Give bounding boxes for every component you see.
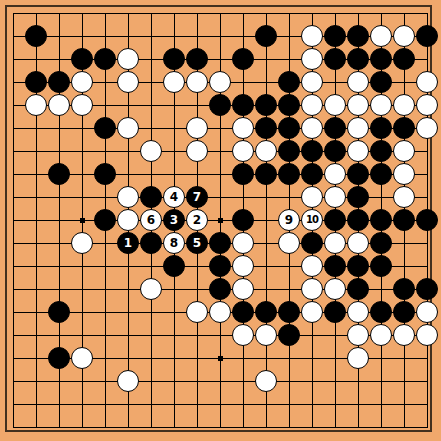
stone-black[interactable] [347,255,369,277]
star-point [80,218,85,223]
stone-black[interactable] [301,163,323,185]
stone-black[interactable] [94,209,116,231]
stone-white[interactable] [301,278,323,300]
stone-black[interactable] [324,117,346,139]
stone-white-move-10[interactable]: 10 [301,209,323,231]
stone-black[interactable] [370,117,392,139]
stone-black[interactable] [255,301,277,323]
stone-white[interactable] [255,140,277,162]
stone-black[interactable] [416,25,438,47]
move-number-label: 6 [147,214,155,226]
stone-white[interactable] [186,301,208,323]
stone-white[interactable] [324,94,346,116]
move-number-label: 10 [306,215,318,225]
stone-white[interactable] [209,71,231,93]
stone-black[interactable] [255,163,277,185]
stone-white[interactable] [324,163,346,185]
stone-white[interactable] [301,71,323,93]
move-number-label: 8 [170,237,178,249]
star-point [218,218,223,223]
stone-black[interactable] [416,278,438,300]
stone-black-move-3[interactable]: 3 [163,209,185,231]
stone-white[interactable] [232,255,254,277]
stone-black[interactable] [324,255,346,277]
stone-white[interactable] [393,163,415,185]
stone-black[interactable] [301,232,323,254]
grid-line-vertical [266,13,267,428]
stone-black-move-1[interactable]: 1 [117,232,139,254]
stone-black[interactable] [347,278,369,300]
stone-white[interactable] [370,324,392,346]
stone-white-move-9[interactable]: 9 [278,209,300,231]
stone-black[interactable] [347,163,369,185]
stone-white[interactable] [347,71,369,93]
stone-black[interactable] [209,94,231,116]
go-board[interactable]: 47632910185 [0,0,441,441]
stone-black[interactable] [48,71,70,93]
stone-black[interactable] [393,117,415,139]
stone-black-move-5[interactable]: 5 [186,232,208,254]
stone-white[interactable] [393,94,415,116]
stone-black[interactable] [324,209,346,231]
stone-white[interactable] [255,324,277,346]
stone-white[interactable] [347,117,369,139]
stone-black[interactable] [209,278,231,300]
stone-white[interactable] [48,94,70,116]
stone-white[interactable] [324,278,346,300]
stone-black[interactable] [48,347,70,369]
stone-black[interactable] [140,232,162,254]
stone-white[interactable] [347,140,369,162]
stone-black[interactable] [232,48,254,70]
stone-white[interactable] [140,140,162,162]
stone-white[interactable] [347,301,369,323]
stone-black[interactable] [393,48,415,70]
stone-white[interactable] [301,117,323,139]
stone-white[interactable] [140,278,162,300]
stone-white[interactable] [232,140,254,162]
stone-white[interactable] [301,94,323,116]
stone-black[interactable] [393,209,415,231]
stone-white[interactable] [71,94,93,116]
stone-white-move-2[interactable]: 2 [186,209,208,231]
stone-black[interactable] [94,48,116,70]
stone-white[interactable] [186,140,208,162]
stone-black[interactable] [25,25,47,47]
stone-white[interactable] [416,71,438,93]
stone-black[interactable] [232,163,254,185]
stone-white[interactable] [117,71,139,93]
stone-white[interactable] [278,232,300,254]
stone-black-move-7[interactable]: 7 [186,186,208,208]
stone-black[interactable] [370,209,392,231]
stone-black[interactable] [255,25,277,47]
stone-black[interactable] [163,255,185,277]
stone-white[interactable] [393,186,415,208]
move-number-label: 3 [170,214,178,226]
stone-black[interactable] [94,117,116,139]
stone-white[interactable] [209,301,231,323]
move-number-label: 5 [193,237,201,249]
stone-black[interactable] [209,255,231,277]
stone-black[interactable] [48,163,70,185]
stone-black[interactable] [278,140,300,162]
stone-black[interactable] [416,209,438,231]
stone-white[interactable] [301,48,323,70]
stone-black[interactable] [324,25,346,47]
stone-white[interactable] [163,71,185,93]
stone-black[interactable] [347,25,369,47]
stone-black[interactable] [48,301,70,323]
star-point [218,356,223,361]
move-number-label: 9 [285,214,293,226]
stone-black[interactable] [232,301,254,323]
stone-white[interactable] [347,232,369,254]
stone-black[interactable] [163,48,185,70]
stone-black[interactable] [347,48,369,70]
move-number-label: 4 [170,191,178,203]
stone-white-move-6[interactable]: 6 [140,209,162,231]
stone-black[interactable] [370,255,392,277]
stone-black[interactable] [232,209,254,231]
stone-black[interactable] [301,140,323,162]
move-number-label: 2 [193,214,201,226]
stone-black[interactable] [278,117,300,139]
stone-black[interactable] [347,186,369,208]
stone-black[interactable] [370,48,392,70]
stone-white[interactable] [416,117,438,139]
stone-black[interactable] [25,71,47,93]
stone-black[interactable] [186,48,208,70]
stone-white[interactable] [324,232,346,254]
stone-white[interactable] [370,25,392,47]
stone-black[interactable] [255,117,277,139]
grid-line-horizontal [13,427,428,428]
stone-white[interactable] [117,209,139,231]
stone-white[interactable] [232,117,254,139]
stone-black[interactable] [71,48,93,70]
stone-white[interactable] [393,324,415,346]
stone-white[interactable] [301,301,323,323]
stone-white[interactable] [232,324,254,346]
stone-white[interactable] [347,94,369,116]
stone-black[interactable] [140,186,162,208]
stone-black[interactable] [255,94,277,116]
stone-black[interactable] [278,71,300,93]
stone-black[interactable] [232,94,254,116]
stone-black[interactable] [393,278,415,300]
stone-white[interactable] [186,71,208,93]
stone-white[interactable] [301,255,323,277]
stone-white[interactable] [117,48,139,70]
stone-white[interactable] [324,186,346,208]
stone-white[interactable] [71,71,93,93]
stone-white[interactable] [186,117,208,139]
stone-white[interactable] [416,301,438,323]
stone-black[interactable] [370,163,392,185]
stone-black[interactable] [370,140,392,162]
stone-black[interactable] [370,232,392,254]
stone-white-move-8[interactable]: 8 [163,232,185,254]
stone-white[interactable] [232,278,254,300]
move-number-label: 7 [193,191,201,203]
grid-line-horizontal [13,404,428,405]
stone-black[interactable] [324,301,346,323]
stone-white[interactable] [393,140,415,162]
stone-white[interactable] [71,232,93,254]
grid-line-horizontal [13,381,428,382]
stone-white[interactable] [71,347,93,369]
stone-white[interactable] [117,117,139,139]
stone-black[interactable] [370,301,392,323]
stone-white[interactable] [117,186,139,208]
stone-white-move-4[interactable]: 4 [163,186,185,208]
stone-black[interactable] [278,324,300,346]
stone-white[interactable] [347,324,369,346]
stone-black[interactable] [370,71,392,93]
stone-black[interactable] [278,163,300,185]
stone-white[interactable] [117,370,139,392]
stone-black[interactable] [324,140,346,162]
stone-white[interactable] [25,94,47,116]
stone-black[interactable] [347,209,369,231]
stone-black[interactable] [209,232,231,254]
stone-white[interactable] [301,25,323,47]
stone-black[interactable] [94,163,116,185]
stone-black[interactable] [393,301,415,323]
stone-white[interactable] [347,347,369,369]
stone-white[interactable] [416,324,438,346]
stone-white[interactable] [255,370,277,392]
stone-black[interactable] [278,301,300,323]
stone-white[interactable] [393,25,415,47]
stone-white[interactable] [370,94,392,116]
move-number-label: 1 [124,237,132,249]
stone-black[interactable] [324,48,346,70]
stone-white[interactable] [416,94,438,116]
stone-black[interactable] [278,94,300,116]
stone-white[interactable] [232,232,254,254]
stone-white[interactable] [301,186,323,208]
